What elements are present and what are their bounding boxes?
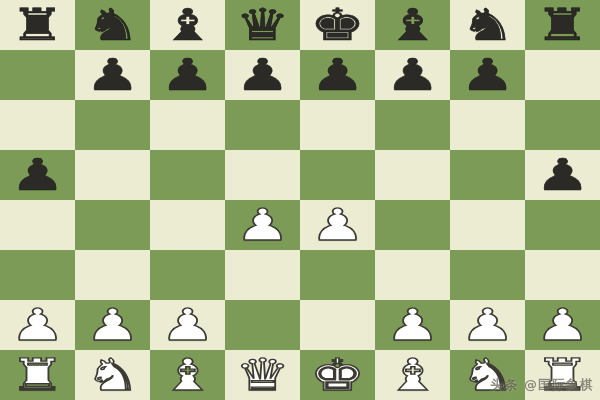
piece-white-rook[interactable]: ♜ <box>10 350 65 400</box>
square-g5[interactable] <box>450 150 525 200</box>
piece-white-queen[interactable]: ♛ <box>235 350 290 400</box>
square-f8[interactable]: ♝ <box>375 0 450 50</box>
square-c5[interactable] <box>150 150 225 200</box>
square-f3[interactable] <box>375 250 450 300</box>
piece-white-pawn[interactable]: ♟ <box>310 200 365 250</box>
square-c1[interactable]: ♝ <box>150 350 225 400</box>
square-c6[interactable] <box>150 100 225 150</box>
square-a2[interactable]: ♟ <box>0 300 75 350</box>
square-d8[interactable]: ♛ <box>225 0 300 50</box>
square-e4[interactable]: ♟ <box>300 200 375 250</box>
square-a7[interactable] <box>0 50 75 100</box>
square-a3[interactable] <box>0 250 75 300</box>
piece-black-pawn[interactable]: ♟ <box>460 50 515 100</box>
square-d1[interactable]: ♛ <box>225 350 300 400</box>
square-g3[interactable] <box>450 250 525 300</box>
piece-white-pawn[interactable]: ♟ <box>160 300 215 350</box>
square-d7[interactable]: ♟ <box>225 50 300 100</box>
square-f2[interactable]: ♟ <box>375 300 450 350</box>
square-f6[interactable] <box>375 100 450 150</box>
piece-black-pawn[interactable]: ♟ <box>85 50 140 100</box>
square-h7[interactable] <box>525 50 600 100</box>
square-f1[interactable]: ♝ <box>375 350 450 400</box>
piece-black-bishop[interactable]: ♝ <box>160 0 215 50</box>
piece-white-pawn[interactable]: ♟ <box>535 300 590 350</box>
square-a1[interactable]: ♜ <box>0 350 75 400</box>
square-b8[interactable]: ♞ <box>75 0 150 50</box>
piece-white-rook[interactable]: ♜ <box>535 350 590 400</box>
square-a8[interactable]: ♜ <box>0 0 75 50</box>
square-b5[interactable] <box>75 150 150 200</box>
square-a6[interactable] <box>0 100 75 150</box>
piece-black-knight[interactable]: ♞ <box>85 0 140 50</box>
square-a4[interactable] <box>0 200 75 250</box>
square-d5[interactable] <box>225 150 300 200</box>
piece-black-queen[interactable]: ♛ <box>235 0 290 50</box>
piece-black-pawn[interactable]: ♟ <box>310 50 365 100</box>
square-c3[interactable] <box>150 250 225 300</box>
square-c8[interactable]: ♝ <box>150 0 225 50</box>
square-g4[interactable] <box>450 200 525 250</box>
square-e3[interactable] <box>300 250 375 300</box>
square-g1[interactable]: ♞ <box>450 350 525 400</box>
square-b2[interactable]: ♟ <box>75 300 150 350</box>
square-d4[interactable]: ♟ <box>225 200 300 250</box>
piece-white-pawn[interactable]: ♟ <box>460 300 515 350</box>
square-h4[interactable] <box>525 200 600 250</box>
square-e6[interactable] <box>300 100 375 150</box>
square-g2[interactable]: ♟ <box>450 300 525 350</box>
chess-app-window: ♜♞♝♛♚♝♞♜♟♟♟♟♟♟♟♟♟♟♟♟♟♟♟♟♜♞♝♛♚♝♞♜ 头条 @国际象… <box>0 0 600 400</box>
square-b7[interactable]: ♟ <box>75 50 150 100</box>
square-f4[interactable] <box>375 200 450 250</box>
square-h2[interactable]: ♟ <box>525 300 600 350</box>
piece-white-pawn[interactable]: ♟ <box>85 300 140 350</box>
piece-white-knight[interactable]: ♞ <box>85 350 140 400</box>
piece-white-pawn[interactable]: ♟ <box>10 300 65 350</box>
square-e1[interactable]: ♚ <box>300 350 375 400</box>
square-b3[interactable] <box>75 250 150 300</box>
square-e5[interactable] <box>300 150 375 200</box>
square-c4[interactable] <box>150 200 225 250</box>
square-e2[interactable] <box>300 300 375 350</box>
square-c2[interactable]: ♟ <box>150 300 225 350</box>
square-c7[interactable]: ♟ <box>150 50 225 100</box>
square-h8[interactable]: ♜ <box>525 0 600 50</box>
piece-black-pawn[interactable]: ♟ <box>160 50 215 100</box>
square-d6[interactable] <box>225 100 300 150</box>
piece-white-bishop[interactable]: ♝ <box>160 350 215 400</box>
square-d2[interactable] <box>225 300 300 350</box>
piece-black-knight[interactable]: ♞ <box>460 0 515 50</box>
square-g7[interactable]: ♟ <box>450 50 525 100</box>
piece-black-bishop[interactable]: ♝ <box>385 0 440 50</box>
square-g8[interactable]: ♞ <box>450 0 525 50</box>
square-g6[interactable] <box>450 100 525 150</box>
square-e8[interactable]: ♚ <box>300 0 375 50</box>
piece-black-pawn[interactable]: ♟ <box>235 50 290 100</box>
chess-board: ♜♞♝♛♚♝♞♜♟♟♟♟♟♟♟♟♟♟♟♟♟♟♟♟♜♞♝♛♚♝♞♜ <box>0 0 600 400</box>
piece-black-rook[interactable]: ♜ <box>535 0 590 50</box>
square-a5[interactable]: ♟ <box>0 150 75 200</box>
piece-white-knight[interactable]: ♞ <box>460 350 515 400</box>
piece-white-pawn[interactable]: ♟ <box>235 200 290 250</box>
piece-white-king[interactable]: ♚ <box>310 350 365 400</box>
square-f5[interactable] <box>375 150 450 200</box>
square-h6[interactable] <box>525 100 600 150</box>
square-e7[interactable]: ♟ <box>300 50 375 100</box>
piece-black-pawn[interactable]: ♟ <box>385 50 440 100</box>
piece-black-pawn[interactable]: ♟ <box>535 150 590 200</box>
square-b4[interactable] <box>75 200 150 250</box>
piece-white-pawn[interactable]: ♟ <box>385 300 440 350</box>
square-f7[interactable]: ♟ <box>375 50 450 100</box>
square-h5[interactable]: ♟ <box>525 150 600 200</box>
square-d3[interactable] <box>225 250 300 300</box>
piece-black-pawn[interactable]: ♟ <box>10 150 65 200</box>
square-b1[interactable]: ♞ <box>75 350 150 400</box>
piece-white-bishop[interactable]: ♝ <box>385 350 440 400</box>
square-h1[interactable]: ♜ <box>525 350 600 400</box>
piece-black-rook[interactable]: ♜ <box>10 0 65 50</box>
square-b6[interactable] <box>75 100 150 150</box>
square-h3[interactable] <box>525 250 600 300</box>
piece-black-king[interactable]: ♚ <box>310 0 365 50</box>
